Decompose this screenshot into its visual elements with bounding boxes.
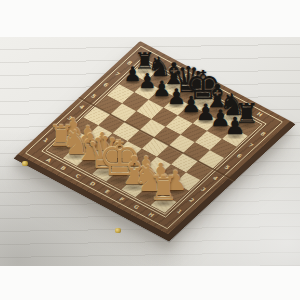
file-label-bottom-a: A [38, 153, 60, 168]
file-label-bottom-f: F [111, 192, 133, 207]
file-label-bottom-h: H [140, 208, 162, 223]
file-label-bottom-b: B [52, 161, 74, 176]
letterbox-bottom [0, 266, 300, 300]
chess-set-photo: AABBCCDDEEFFGGHH1122334455667788 ♜♞♝♛♚♝♞… [0, 0, 300, 300]
file-label-bottom-c: C [67, 169, 89, 184]
letterbox-top [0, 0, 300, 37]
file-label-bottom-g: G [125, 200, 147, 215]
brass-clasp-bottom [115, 228, 121, 233]
brass-clasp-left [22, 161, 28, 166]
file-label-bottom-d: D [81, 177, 103, 192]
file-label-bottom-e: E [96, 184, 118, 199]
